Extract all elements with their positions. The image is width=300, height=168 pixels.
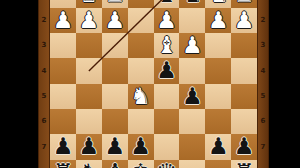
square-f5[interactable] bbox=[102, 84, 128, 109]
square-a8[interactable]: ♜ bbox=[231, 160, 257, 168]
black-rook[interactable]: ♜ bbox=[50, 160, 76, 168]
black-pawn[interactable]: ♟ bbox=[50, 134, 76, 159]
black-pawn[interactable]: ♟ bbox=[128, 134, 154, 159]
square-a2[interactable]: ♟ bbox=[231, 8, 257, 33]
square-b7[interactable]: ♟ bbox=[205, 134, 231, 159]
square-e1[interactable] bbox=[128, 0, 154, 8]
square-f2[interactable]: ♟ bbox=[102, 8, 128, 33]
square-c1[interactable]: ♞ bbox=[179, 0, 205, 8]
square-d6[interactable] bbox=[154, 109, 180, 134]
square-b2[interactable]: ♟ bbox=[205, 8, 231, 33]
white-pawn[interactable]: ♟ bbox=[50, 8, 76, 33]
white-pawn[interactable]: ♟ bbox=[154, 8, 180, 33]
square-d8[interactable]: ♛ bbox=[154, 160, 180, 168]
rank-label-6: 6 bbox=[38, 117, 50, 125]
square-c4[interactable] bbox=[179, 58, 205, 83]
square-g6[interactable] bbox=[76, 109, 102, 134]
black-rook[interactable]: ♜ bbox=[231, 160, 257, 168]
square-e7[interactable]: ♟ bbox=[128, 134, 154, 159]
square-g8[interactable]: ♞ bbox=[76, 160, 102, 168]
square-f8[interactable]: ♝ bbox=[102, 160, 128, 168]
white-rook[interactable]: ♜ bbox=[102, 0, 128, 8]
rank-label-6: 6 bbox=[257, 117, 269, 125]
white-king[interactable]: ♚ bbox=[76, 0, 102, 8]
rank-label-5: 5 bbox=[38, 92, 50, 100]
square-f1[interactable]: ♜ bbox=[102, 0, 128, 8]
square-d5[interactable] bbox=[154, 84, 180, 109]
square-b4[interactable] bbox=[205, 58, 231, 83]
square-c2[interactable] bbox=[179, 8, 205, 33]
black-bishop[interactable]: ♝ bbox=[154, 0, 180, 8]
square-f6[interactable] bbox=[102, 109, 128, 134]
white-knight[interactable]: ♞ bbox=[128, 84, 154, 109]
square-c8[interactable] bbox=[179, 160, 205, 168]
square-e2[interactable] bbox=[128, 8, 154, 33]
white-pawn[interactable]: ♟ bbox=[179, 33, 205, 58]
square-g3[interactable] bbox=[76, 33, 102, 58]
square-e8[interactable]: ♚ bbox=[128, 160, 154, 168]
square-e6[interactable] bbox=[128, 109, 154, 134]
rank-label-5: 5 bbox=[257, 92, 269, 100]
rank-label-7: 7 bbox=[257, 143, 269, 151]
square-e5[interactable]: ♞ bbox=[128, 84, 154, 109]
square-g5[interactable] bbox=[76, 84, 102, 109]
square-c5[interactable]: ♟ bbox=[179, 84, 205, 109]
square-b8[interactable] bbox=[205, 160, 231, 168]
rank-label-2: 2 bbox=[257, 16, 269, 24]
black-king[interactable]: ♚ bbox=[128, 160, 154, 168]
square-h3[interactable] bbox=[50, 33, 76, 58]
rank-label-7: 7 bbox=[38, 143, 50, 151]
square-b5[interactable] bbox=[205, 84, 231, 109]
square-g7[interactable]: ♟ bbox=[76, 134, 102, 159]
square-d7[interactable] bbox=[154, 134, 180, 159]
black-pawn[interactable]: ♟ bbox=[231, 134, 257, 159]
square-a7[interactable]: ♟ bbox=[231, 134, 257, 159]
black-pawn[interactable]: ♟ bbox=[179, 84, 205, 109]
square-d1[interactable]: ♝ bbox=[154, 0, 180, 8]
black-knight[interactable]: ♞ bbox=[179, 0, 205, 8]
square-c7[interactable] bbox=[179, 134, 205, 159]
rank-label-2: 2 bbox=[38, 16, 50, 24]
rank-label-4: 4 bbox=[257, 67, 269, 75]
black-pawn[interactable]: ♟ bbox=[102, 134, 128, 159]
square-e4[interactable] bbox=[128, 58, 154, 83]
chess-thumbnail: ♚♜♝♞♞♜♟♟♟♟♟♟♝♟♟♞♟♟♟♟♟♟♟♜♞♝♚♛♜ 12345678 1… bbox=[0, 0, 300, 168]
square-h4[interactable] bbox=[50, 58, 76, 83]
black-pawn[interactable]: ♟ bbox=[154, 58, 180, 83]
square-h7[interactable]: ♟ bbox=[50, 134, 76, 159]
square-c6[interactable] bbox=[179, 109, 205, 134]
square-h5[interactable] bbox=[50, 84, 76, 109]
rank-label-4: 4 bbox=[38, 67, 50, 75]
square-d3[interactable]: ♝ bbox=[154, 33, 180, 58]
square-d4[interactable]: ♟ bbox=[154, 58, 180, 83]
square-e3[interactable] bbox=[128, 33, 154, 58]
black-pawn[interactable]: ♟ bbox=[76, 134, 102, 159]
square-b1[interactable]: ♞ bbox=[205, 0, 231, 8]
square-g1[interactable]: ♚ bbox=[76, 0, 102, 8]
square-a1[interactable]: ♜ bbox=[231, 0, 257, 8]
square-a3[interactable] bbox=[231, 33, 257, 58]
black-queen[interactable]: ♛ bbox=[154, 160, 180, 168]
square-b6[interactable] bbox=[205, 109, 231, 134]
chess-board[interactable]: ♚♜♝♞♞♜♟♟♟♟♟♟♝♟♟♞♟♟♟♟♟♟♟♜♞♝♚♛♜ bbox=[50, 0, 257, 168]
square-f7[interactable]: ♟ bbox=[102, 134, 128, 159]
black-knight[interactable]: ♞ bbox=[76, 160, 102, 168]
square-a4[interactable] bbox=[231, 58, 257, 83]
square-g4[interactable] bbox=[76, 58, 102, 83]
white-pawn[interactable]: ♟ bbox=[102, 8, 128, 33]
white-rook[interactable]: ♜ bbox=[231, 0, 257, 8]
square-b3[interactable] bbox=[205, 33, 231, 58]
square-f4[interactable] bbox=[102, 58, 128, 83]
square-c3[interactable]: ♟ bbox=[179, 33, 205, 58]
rank-label-3: 3 bbox=[38, 41, 50, 49]
square-h6[interactable] bbox=[50, 109, 76, 134]
square-g2[interactable]: ♟ bbox=[76, 8, 102, 33]
square-h2[interactable]: ♟ bbox=[50, 8, 76, 33]
square-f3[interactable] bbox=[102, 33, 128, 58]
white-bishop[interactable]: ♝ bbox=[154, 33, 180, 58]
square-h1[interactable] bbox=[50, 0, 76, 8]
square-a5[interactable] bbox=[231, 84, 257, 109]
black-pawn[interactable]: ♟ bbox=[205, 134, 231, 159]
square-h8[interactable]: ♜ bbox=[50, 160, 76, 168]
square-d2[interactable]: ♟ bbox=[154, 8, 180, 33]
white-pawn[interactable]: ♟ bbox=[205, 8, 231, 33]
white-pawn[interactable]: ♟ bbox=[231, 8, 257, 33]
rank-label-3: 3 bbox=[257, 41, 269, 49]
white-pawn[interactable]: ♟ bbox=[76, 8, 102, 33]
black-bishop[interactable]: ♝ bbox=[102, 160, 128, 168]
white-knight[interactable]: ♞ bbox=[205, 0, 231, 8]
square-a6[interactable] bbox=[231, 109, 257, 134]
